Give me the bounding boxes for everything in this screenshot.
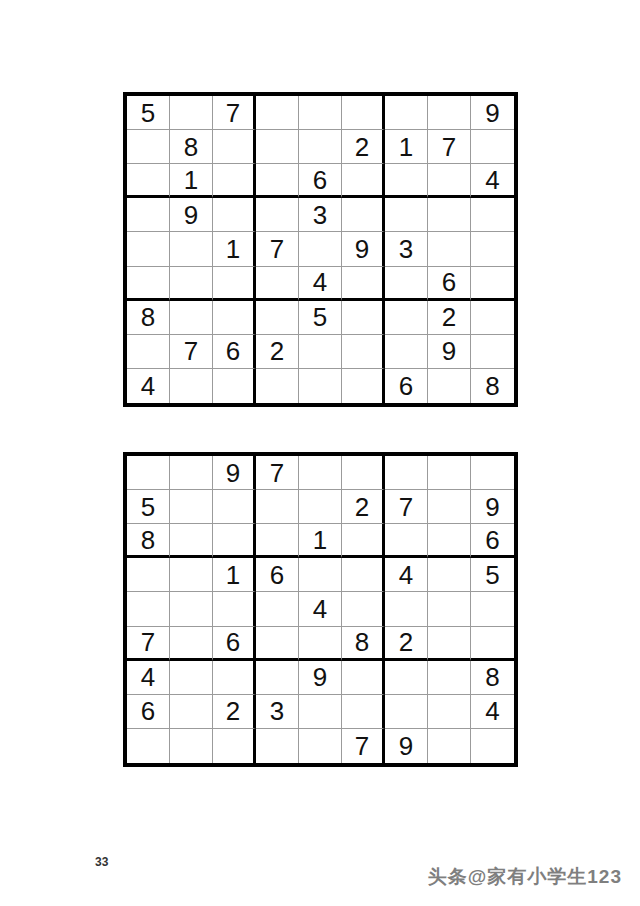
sudoku-cell-r5c1	[127, 232, 170, 266]
sudoku-cell-r3c7	[385, 524, 428, 558]
sudoku-cell-r2c9: 9	[471, 490, 514, 524]
sudoku-cell-r4c6	[342, 198, 385, 232]
sudoku-cell-r4c2: 9	[170, 198, 213, 232]
sudoku-cell-r1c4: 7	[256, 456, 299, 490]
sudoku-cell-r1c9: 9	[471, 96, 514, 130]
sudoku-cell-r2c3	[213, 130, 256, 164]
sudoku-cell-r9c1	[127, 729, 170, 763]
sudoku-cell-r6c2	[170, 267, 213, 301]
sudoku-cell-r6c9	[471, 627, 514, 661]
sudoku-cell-r4c9: 5	[471, 558, 514, 592]
sudoku-cell-r8c5	[299, 335, 342, 369]
sudoku-cell-r5c7	[385, 592, 428, 626]
sudoku-cell-r4c3	[213, 198, 256, 232]
sudoku-cell-r7c3	[213, 301, 256, 335]
sudoku-cell-r5c9	[471, 232, 514, 266]
worksheet-page: 5798217164931793468527629468 97527981616…	[0, 0, 640, 906]
sudoku-cell-r9c5	[299, 729, 342, 763]
sudoku-cell-r5c2	[170, 592, 213, 626]
sudoku-cell-r2c4	[256, 130, 299, 164]
sudoku-cell-r7c2	[170, 301, 213, 335]
sudoku-cell-r3c4	[256, 164, 299, 198]
sudoku-cell-r4c3: 1	[213, 558, 256, 592]
sudoku-cell-r7c8: 2	[428, 301, 471, 335]
sudoku-cell-r3c8	[428, 164, 471, 198]
sudoku-cell-r7c5: 5	[299, 301, 342, 335]
sudoku-cell-r2c7: 7	[385, 490, 428, 524]
sudoku-cell-r8c4: 2	[256, 335, 299, 369]
sudoku-cell-r4c1	[127, 198, 170, 232]
sudoku-cell-r4c1	[127, 558, 170, 592]
sudoku-cell-r4c4: 6	[256, 558, 299, 592]
sudoku-cell-r3c4	[256, 524, 299, 558]
sudoku-cell-r9c9: 8	[471, 369, 514, 403]
sudoku-cell-r8c8: 9	[428, 335, 471, 369]
sudoku-cell-r8c6	[342, 335, 385, 369]
sudoku-cell-r2c1	[127, 130, 170, 164]
sudoku-cell-r1c8	[428, 96, 471, 130]
sudoku-cell-r3c5: 1	[299, 524, 342, 558]
sudoku-cell-r1c7	[385, 456, 428, 490]
sudoku-cell-r5c6	[342, 592, 385, 626]
sudoku-cell-r2c6: 2	[342, 130, 385, 164]
sudoku-cell-r6c1	[127, 267, 170, 301]
sudoku-cell-r3c1: 8	[127, 524, 170, 558]
sudoku-cell-r5c2	[170, 232, 213, 266]
sudoku-cell-r5c4: 7	[256, 232, 299, 266]
sudoku-cell-r7c5: 9	[299, 661, 342, 695]
sudoku-cell-r6c4	[256, 267, 299, 301]
sudoku-cell-r6c9	[471, 267, 514, 301]
sudoku-cell-r8c4: 3	[256, 695, 299, 729]
sudoku-cell-r3c9: 4	[471, 164, 514, 198]
sudoku-cell-r7c9	[471, 301, 514, 335]
sudoku-cell-r1c5	[299, 456, 342, 490]
sudoku-cell-r5c5: 4	[299, 592, 342, 626]
sudoku-cell-r8c7	[385, 335, 428, 369]
sudoku-cell-r1c1: 5	[127, 96, 170, 130]
sudoku-cell-r3c6	[342, 524, 385, 558]
sudoku-cell-r8c5	[299, 695, 342, 729]
sudoku-cell-r5c1	[127, 592, 170, 626]
sudoku-cell-r1c3: 7	[213, 96, 256, 130]
sudoku-cell-r7c7	[385, 661, 428, 695]
sudoku-cell-r9c1: 4	[127, 369, 170, 403]
sudoku-cell-r3c3	[213, 164, 256, 198]
sudoku-cell-r3c6	[342, 164, 385, 198]
sudoku-cell-r2c9	[471, 130, 514, 164]
sudoku-cell-r7c1: 4	[127, 661, 170, 695]
sudoku-cell-r2c8: 7	[428, 130, 471, 164]
sudoku-cell-r8c8	[428, 695, 471, 729]
sudoku-cell-r4c2	[170, 558, 213, 592]
sudoku-cell-r6c5	[299, 627, 342, 661]
sudoku-cell-r1c6	[342, 96, 385, 130]
sudoku-cell-r3c9: 6	[471, 524, 514, 558]
sudoku-cell-r8c6	[342, 695, 385, 729]
sudoku-cell-r5c8	[428, 232, 471, 266]
sudoku-cell-r7c3	[213, 661, 256, 695]
sudoku-cell-r9c2	[170, 729, 213, 763]
sudoku-cell-r2c5	[299, 130, 342, 164]
sudoku-cell-r8c1	[127, 335, 170, 369]
sudoku-cell-r3c1	[127, 164, 170, 198]
sudoku-cell-r9c5	[299, 369, 342, 403]
sudoku-cell-r7c7	[385, 301, 428, 335]
sudoku-cell-r6c2	[170, 627, 213, 661]
sudoku-cell-r7c9: 8	[471, 661, 514, 695]
sudoku-cell-r1c2	[170, 96, 213, 130]
sudoku-board-top: 5798217164931793468527629468	[123, 92, 518, 407]
sudoku-cell-r4c9	[471, 198, 514, 232]
sudoku-cell-r9c8	[428, 369, 471, 403]
sudoku-cell-r9c7: 9	[385, 729, 428, 763]
sudoku-cell-r1c4	[256, 96, 299, 130]
sudoku-cell-r2c7: 1	[385, 130, 428, 164]
sudoku-cell-r4c6	[342, 558, 385, 592]
sudoku-cell-r1c2	[170, 456, 213, 490]
watermark-text: 头条@家有小学生123	[428, 864, 622, 890]
sudoku-cell-r4c4	[256, 198, 299, 232]
sudoku-cell-r4c5: 3	[299, 198, 342, 232]
sudoku-cell-r2c1: 5	[127, 490, 170, 524]
sudoku-cell-r8c3: 2	[213, 695, 256, 729]
sudoku-cell-r8c9: 4	[471, 695, 514, 729]
sudoku-cell-r6c3	[213, 267, 256, 301]
sudoku-cell-r9c8	[428, 729, 471, 763]
sudoku-cell-r8c7	[385, 695, 428, 729]
sudoku-cell-r7c1: 8	[127, 301, 170, 335]
sudoku-cell-r9c7: 6	[385, 369, 428, 403]
sudoku-cell-r2c8	[428, 490, 471, 524]
sudoku-cell-r6c8	[428, 627, 471, 661]
sudoku-cell-r3c5: 6	[299, 164, 342, 198]
sudoku-cell-r2c4	[256, 490, 299, 524]
sudoku-cell-r8c2	[170, 695, 213, 729]
sudoku-cell-r2c2	[170, 490, 213, 524]
sudoku-cell-r7c6	[342, 301, 385, 335]
sudoku-cell-r1c3: 9	[213, 456, 256, 490]
sudoku-cell-r5c7: 3	[385, 232, 428, 266]
sudoku-cell-r3c7	[385, 164, 428, 198]
sudoku-cell-r9c3	[213, 729, 256, 763]
sudoku-cell-r4c7	[385, 198, 428, 232]
sudoku-cell-r6c4	[256, 627, 299, 661]
sudoku-cell-r2c5	[299, 490, 342, 524]
sudoku-cell-r9c9	[471, 729, 514, 763]
sudoku-cell-r6c6	[342, 267, 385, 301]
sudoku-cell-r6c5: 4	[299, 267, 342, 301]
sudoku-cell-r7c6	[342, 661, 385, 695]
sudoku-cell-r7c2	[170, 661, 213, 695]
sudoku-cell-r8c3: 6	[213, 335, 256, 369]
sudoku-cell-r1c8	[428, 456, 471, 490]
sudoku-cell-r2c6: 2	[342, 490, 385, 524]
sudoku-cell-r3c2: 1	[170, 164, 213, 198]
sudoku-cell-r5c4	[256, 592, 299, 626]
sudoku-cell-r5c3: 1	[213, 232, 256, 266]
sudoku-cell-r1c5	[299, 96, 342, 130]
sudoku-cell-r3c3	[213, 524, 256, 558]
sudoku-cell-r5c6: 9	[342, 232, 385, 266]
page-number: 33	[95, 855, 108, 869]
sudoku-cell-r2c2: 8	[170, 130, 213, 164]
sudoku-cell-r1c1	[127, 456, 170, 490]
sudoku-cell-r8c1: 6	[127, 695, 170, 729]
sudoku-cell-r4c8	[428, 198, 471, 232]
sudoku-cell-r8c9	[471, 335, 514, 369]
sudoku-cell-r4c5	[299, 558, 342, 592]
sudoku-cell-r8c2: 7	[170, 335, 213, 369]
sudoku-cell-r4c7: 4	[385, 558, 428, 592]
sudoku-cell-r1c7	[385, 96, 428, 130]
sudoku-cell-r6c6: 8	[342, 627, 385, 661]
sudoku-cell-r5c5	[299, 232, 342, 266]
sudoku-cell-r5c3	[213, 592, 256, 626]
sudoku-cell-r6c3: 6	[213, 627, 256, 661]
sudoku-cell-r6c7: 2	[385, 627, 428, 661]
sudoku-cell-r9c2	[170, 369, 213, 403]
sudoku-cell-r9c6	[342, 369, 385, 403]
sudoku-cell-r5c8	[428, 592, 471, 626]
sudoku-cell-r6c7	[385, 267, 428, 301]
sudoku-cell-r6c1: 7	[127, 627, 170, 661]
sudoku-cell-r2c3	[213, 490, 256, 524]
sudoku-cell-r1c6	[342, 456, 385, 490]
sudoku-cell-r6c8: 6	[428, 267, 471, 301]
sudoku-cell-r5c9	[471, 592, 514, 626]
sudoku-cell-r9c4	[256, 729, 299, 763]
sudoku-cell-r9c3	[213, 369, 256, 403]
sudoku-cell-r1c9	[471, 456, 514, 490]
sudoku-board-bottom: 975279816164547682498623479	[123, 452, 518, 767]
sudoku-cell-r3c2	[170, 524, 213, 558]
sudoku-cell-r7c8	[428, 661, 471, 695]
sudoku-cell-r3c8	[428, 524, 471, 558]
sudoku-cell-r4c8	[428, 558, 471, 592]
sudoku-cell-r9c6: 7	[342, 729, 385, 763]
sudoku-cell-r9c4	[256, 369, 299, 403]
sudoku-cell-r7c4	[256, 661, 299, 695]
sudoku-cell-r7c4	[256, 301, 299, 335]
